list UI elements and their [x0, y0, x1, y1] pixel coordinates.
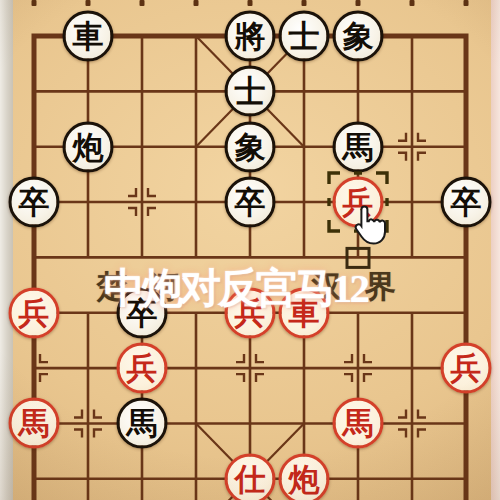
move-indicators: [0, 0, 500, 500]
xiangqi-app-screen: 楚 河 汉 界 車將士象士炮象馬卒卒兵卒兵卒兵車兵兵馬馬馬仕炮 中炮对反宫马12: [0, 0, 500, 500]
hand-cursor-icon: [352, 204, 388, 246]
video-caption: 中炮对反宫马12: [104, 261, 367, 316]
